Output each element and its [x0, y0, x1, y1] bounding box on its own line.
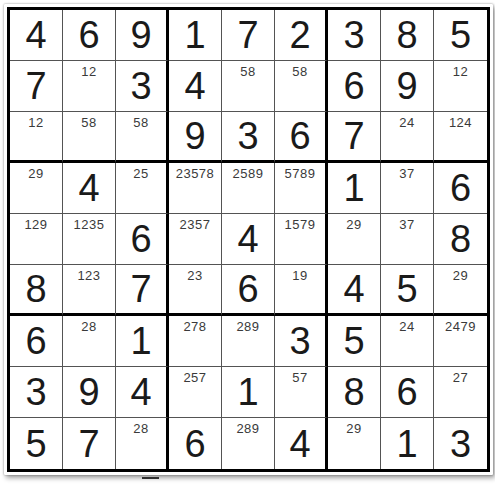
cell-r6c6[interactable]: 19: [275, 265, 328, 316]
cell-r9c3[interactable]: 28: [116, 418, 169, 469]
cell-r8c6[interactable]: 57: [275, 367, 328, 418]
cell-value: [63, 61, 115, 111]
cell-r9c1[interactable]: 5: [10, 418, 63, 469]
cell-value: [222, 316, 274, 366]
cell-r5c4[interactable]: 2357: [169, 214, 222, 265]
cell-r1c8[interactable]: 8: [381, 10, 434, 61]
cell-r3c7[interactable]: 7: [328, 112, 381, 163]
cell-r9c7[interactable]: 29: [328, 418, 381, 469]
cell-value: 7: [222, 10, 274, 60]
cell-value: [63, 316, 115, 366]
cell-r4c4[interactable]: 23578: [169, 163, 222, 214]
cell-value: [63, 112, 115, 160]
cell-r2c7[interactable]: 6: [328, 61, 381, 112]
cell-r6c4[interactable]: 23: [169, 265, 222, 316]
cell-value: [381, 214, 433, 264]
cell-r8c4[interactable]: 257: [169, 367, 222, 418]
cell-r1c3[interactable]: 9: [116, 10, 169, 61]
cell-value: 8: [10, 265, 62, 313]
cell-r2c9[interactable]: 12: [434, 61, 487, 112]
cell-value: 3: [275, 316, 325, 366]
cell-r6c1[interactable]: 8: [10, 265, 63, 316]
cell-value: [275, 367, 325, 417]
cell-value: 7: [63, 418, 115, 469]
cell-value: 2: [275, 10, 325, 60]
cell-r6c2[interactable]: 123: [63, 265, 116, 316]
cell-r8c8[interactable]: 6: [381, 367, 434, 418]
cell-value: 6: [434, 163, 487, 213]
cell-value: [169, 163, 221, 213]
cell-r3c1[interactable]: 12: [10, 112, 63, 163]
cell-r3c3[interactable]: 58: [116, 112, 169, 163]
cell-value: 4: [328, 265, 380, 313]
cell-r4c1[interactable]: 29: [10, 163, 63, 214]
cell-value: 8: [381, 10, 433, 60]
cell-r5c2[interactable]: 1235: [63, 214, 116, 265]
cell-r7c2[interactable]: 28: [63, 316, 116, 367]
cell-value: 5: [10, 418, 62, 469]
cell-value: 8: [328, 367, 380, 417]
cell-value: [63, 214, 115, 264]
cell-value: [222, 418, 274, 469]
cell-r4c9[interactable]: 6: [434, 163, 487, 214]
cell-r7c7[interactable]: 5: [328, 316, 381, 367]
cell-r2c6[interactable]: 58: [275, 61, 328, 112]
cell-r5c8[interactable]: 37: [381, 214, 434, 265]
cell-r3c8[interactable]: 24: [381, 112, 434, 163]
sudoku-board-frame: 4691723857123458586912125858936724124294…: [4, 4, 493, 475]
cell-r8c9[interactable]: 27: [434, 367, 487, 418]
cell-value: [434, 316, 487, 366]
cell-value: 4: [10, 10, 62, 60]
cell-value: [328, 214, 380, 264]
cell-r2c3[interactable]: 3: [116, 61, 169, 112]
cell-r1c7[interactable]: 3: [328, 10, 381, 61]
cell-r3c6[interactable]: 6: [275, 112, 328, 163]
cell-r5c7[interactable]: 29: [328, 214, 381, 265]
cell-r9c6[interactable]: 4: [275, 418, 328, 469]
cell-r2c5[interactable]: 58: [222, 61, 275, 112]
cell-r4c5[interactable]: 2589: [222, 163, 275, 214]
cell-value: 4: [63, 163, 115, 213]
cell-r9c2[interactable]: 7: [63, 418, 116, 469]
cell-value: [169, 265, 221, 313]
cell-value: 6: [116, 214, 166, 264]
cell-r5c3[interactable]: 6: [116, 214, 169, 265]
cell-r3c2[interactable]: 58: [63, 112, 116, 163]
cell-value: 9: [63, 367, 115, 417]
cell-value: 7: [116, 265, 166, 313]
cell-value: 9: [116, 10, 166, 60]
cell-r4c6[interactable]: 5789: [275, 163, 328, 214]
cell-r2c2[interactable]: 12: [63, 61, 116, 112]
cell-value: 1: [116, 316, 166, 366]
cell-value: 6: [275, 112, 325, 160]
cell-r1c2[interactable]: 6: [63, 10, 116, 61]
cell-r7c3[interactable]: 1: [116, 316, 169, 367]
cell-value: [169, 367, 221, 417]
cell-r7c9[interactable]: 2479: [434, 316, 487, 367]
cell-r6c7[interactable]: 4: [328, 265, 381, 316]
cell-r1c6[interactable]: 2: [275, 10, 328, 61]
cell-value: [169, 316, 221, 366]
cell-value: 9: [169, 112, 221, 160]
cell-r4c3[interactable]: 25: [116, 163, 169, 214]
cell-r5c9[interactable]: 8: [434, 214, 487, 265]
cell-value: [381, 112, 433, 160]
cell-r7c8[interactable]: 24: [381, 316, 434, 367]
cell-value: [275, 265, 325, 313]
cell-r1c1[interactable]: 4: [10, 10, 63, 61]
cell-r9c9[interactable]: 3: [434, 418, 487, 469]
cell-value: 3: [222, 112, 274, 160]
cell-value: 1: [381, 418, 433, 469]
cell-value: [434, 265, 487, 313]
cell-value: [10, 163, 62, 213]
cell-r9c5[interactable]: 289: [222, 418, 275, 469]
cell-r7c5[interactable]: 289: [222, 316, 275, 367]
cell-value: [169, 214, 221, 264]
cell-value: 5: [381, 265, 433, 313]
cell-value: [381, 316, 433, 366]
cell-r7c6[interactable]: 3: [275, 316, 328, 367]
cell-r8c5[interactable]: 1: [222, 367, 275, 418]
cell-r9c8[interactable]: 1: [381, 418, 434, 469]
cell-r4c2[interactable]: 4: [63, 163, 116, 214]
cell-value: 7: [10, 61, 62, 111]
cell-value: 6: [381, 367, 433, 417]
cell-value: 1: [222, 367, 274, 417]
cell-value: 5: [434, 10, 487, 60]
cell-value: 3: [434, 418, 487, 469]
cell-r5c1[interactable]: 129: [10, 214, 63, 265]
cell-value: 4: [222, 214, 274, 264]
cell-value: 5: [328, 316, 380, 366]
cell-value: 3: [10, 367, 62, 417]
cell-value: 9: [381, 61, 433, 111]
cell-value: [116, 112, 166, 160]
cell-value: [222, 163, 274, 213]
cell-value: 6: [169, 418, 221, 469]
cell-r6c3[interactable]: 7: [116, 265, 169, 316]
cell-r9c4[interactable]: 6: [169, 418, 222, 469]
page-background: 4691723857123458586912125858936724124294…: [0, 0, 495, 484]
cell-r8c7[interactable]: 8: [328, 367, 381, 418]
cell-value: [116, 163, 166, 213]
cell-value: [328, 418, 380, 469]
cell-value: [10, 214, 62, 264]
cell-value: [63, 265, 115, 313]
cell-value: [434, 61, 487, 111]
cell-r6c5[interactable]: 6: [222, 265, 275, 316]
cell-r1c4[interactable]: 1: [169, 10, 222, 61]
cell-value: 4: [275, 418, 325, 469]
cell-value: 1: [169, 10, 221, 60]
cell-value: [434, 367, 487, 417]
cell-r2c8[interactable]: 9: [381, 61, 434, 112]
cell-value: 1: [328, 163, 380, 213]
cell-value: 8: [434, 214, 487, 264]
cell-r4c8[interactable]: 37: [381, 163, 434, 214]
cell-value: [275, 214, 325, 264]
cell-r3c5[interactable]: 3: [222, 112, 275, 163]
cell-r5c6[interactable]: 1579: [275, 214, 328, 265]
cell-r6c8[interactable]: 5: [381, 265, 434, 316]
cell-r2c4[interactable]: 4: [169, 61, 222, 112]
cell-r5c5[interactable]: 4: [222, 214, 275, 265]
cell-value: 6: [222, 265, 274, 313]
cell-value: 6: [63, 10, 115, 60]
cell-r3c9[interactable]: 124: [434, 112, 487, 163]
cell-r8c1[interactable]: 3: [10, 367, 63, 418]
cell-value: [222, 61, 274, 111]
cell-value: [434, 112, 487, 160]
cell-value: [275, 163, 325, 213]
cell-r1c9[interactable]: 5: [434, 10, 487, 61]
cell-value: [275, 61, 325, 111]
stray-mark: [142, 477, 159, 479]
cell-r2c1[interactable]: 7: [10, 61, 63, 112]
cell-value: 7: [328, 112, 380, 160]
cell-r7c4[interactable]: 278: [169, 316, 222, 367]
cell-r4c7[interactable]: 1: [328, 163, 381, 214]
cell-value: 6: [328, 61, 380, 111]
cell-r8c2[interactable]: 9: [63, 367, 116, 418]
cell-value: 6: [10, 316, 62, 366]
cell-value: [381, 163, 433, 213]
cell-value: 3: [116, 61, 166, 111]
cell-r6c9[interactable]: 29: [434, 265, 487, 316]
cell-r8c3[interactable]: 4: [116, 367, 169, 418]
cell-value: [10, 112, 62, 160]
cell-r1c5[interactable]: 7: [222, 10, 275, 61]
cell-r7c1[interactable]: 6: [10, 316, 63, 367]
sudoku-board: 4691723857123458586912125858936724124294…: [7, 7, 490, 472]
cell-value: 4: [116, 367, 166, 417]
cell-value: 3: [328, 10, 380, 60]
cell-r3c4[interactable]: 9: [169, 112, 222, 163]
cell-value: [116, 418, 166, 469]
cell-value: 4: [169, 61, 221, 111]
